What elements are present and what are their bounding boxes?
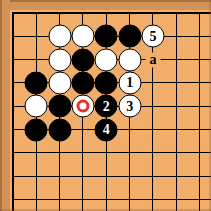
intersection-5-1 (95, 1, 118, 24)
intersection-5-9 (95, 188, 118, 211)
intersection-9-8 (188, 165, 211, 188)
intersection-8-1 (165, 1, 188, 24)
intersection-6-3 (118, 48, 141, 71)
intersection-7-6 (141, 118, 164, 141)
intersection-5-3 (95, 48, 118, 71)
white-stone (71, 95, 94, 118)
intersection-1-4 (1, 71, 24, 94)
intersection-2-8 (25, 165, 48, 188)
white-stone: 3 (118, 95, 141, 118)
intersection-6-1 (118, 1, 141, 24)
intersection-8-7 (165, 141, 188, 164)
intersection-4-3 (71, 48, 94, 71)
intersection-5-7 (95, 141, 118, 164)
white-stone (48, 71, 71, 94)
intersection-2-7 (25, 141, 48, 164)
intersection-1-1 (1, 1, 24, 24)
intersection-7-1 (141, 1, 164, 24)
board-cut-edge-bottom (0, 209, 211, 211)
black-stone: 4 (95, 118, 118, 141)
intersection-3-3 (48, 48, 71, 71)
intersection-3-5 (48, 95, 71, 118)
intersection-1-9 (1, 188, 24, 211)
intersection-2-5 (25, 95, 48, 118)
black-stone (95, 71, 118, 94)
white-stone (48, 25, 71, 48)
intersection-4-1 (71, 1, 94, 24)
intersection-3-7 (48, 141, 71, 164)
intersection-4-6 (71, 118, 94, 141)
intersection-4-9 (71, 188, 94, 211)
move-number: 2 (103, 99, 110, 113)
intersection-6-9 (118, 188, 141, 211)
intersection-9-9 (188, 188, 211, 211)
intersection-1-3 (1, 48, 24, 71)
intersection-8-8 (165, 165, 188, 188)
intersection-1-5 (1, 95, 24, 118)
intersection-4-4 (71, 71, 94, 94)
intersection-2-9 (25, 188, 48, 211)
go-board: 5a1234 (0, 0, 211, 211)
intersection-2-2 (25, 25, 48, 48)
intersection-5-5: 2 (95, 95, 118, 118)
white-stone (25, 95, 48, 118)
intersection-4-5 (71, 95, 94, 118)
intersection-3-1 (48, 1, 71, 24)
white-stone (95, 48, 118, 71)
intersection-4-8 (71, 165, 94, 188)
intersection-7-3: a (141, 48, 164, 71)
intersection-3-9 (48, 188, 71, 211)
intersection-3-2 (48, 25, 71, 48)
intersection-9-2 (188, 25, 211, 48)
black-stone (48, 118, 71, 141)
move-number: 1 (126, 76, 133, 90)
intersection-7-2: 5 (141, 25, 164, 48)
intersection-7-4 (141, 71, 164, 94)
white-stone: 1 (118, 71, 141, 94)
black-stone (71, 48, 94, 71)
intersection-1-8 (1, 165, 24, 188)
intersection-5-4 (95, 71, 118, 94)
intersection-4-7 (71, 141, 94, 164)
point-label: a (145, 52, 160, 67)
black-stone (25, 71, 48, 94)
black-stone: 2 (95, 95, 118, 118)
intersection-2-4 (25, 71, 48, 94)
move-number: 5 (149, 29, 156, 43)
intersection-5-2 (95, 25, 118, 48)
intersection-6-2 (118, 25, 141, 48)
intersection-9-3 (188, 48, 211, 71)
intersection-3-6 (48, 118, 71, 141)
intersection-6-7 (118, 141, 141, 164)
move-number: 3 (126, 99, 133, 113)
intersection-8-6 (165, 118, 188, 141)
intersection-7-8 (141, 165, 164, 188)
intersection-8-3 (165, 48, 188, 71)
intersection-5-6: 4 (95, 118, 118, 141)
intersection-5-8 (95, 165, 118, 188)
intersection-grid: 5a1234 (1, 1, 211, 211)
white-stone (48, 48, 71, 71)
intersection-4-2 (71, 25, 94, 48)
white-stone (118, 48, 141, 71)
intersection-3-8 (48, 165, 71, 188)
intersection-2-6 (25, 118, 48, 141)
white-stone (71, 25, 94, 48)
intersection-6-4: 1 (118, 71, 141, 94)
intersection-1-2 (1, 25, 24, 48)
intersection-3-4 (48, 71, 71, 94)
white-stone: 5 (141, 25, 164, 48)
intersection-6-5: 3 (118, 95, 141, 118)
intersection-7-7 (141, 141, 164, 164)
intersection-6-8 (118, 165, 141, 188)
intersection-1-6 (1, 118, 24, 141)
circle-marker-icon (76, 100, 89, 113)
intersection-8-5 (165, 95, 188, 118)
intersection-9-6 (188, 118, 211, 141)
black-stone (118, 25, 141, 48)
intersection-7-9 (141, 188, 164, 211)
intersection-6-6 (118, 118, 141, 141)
intersection-2-3 (25, 48, 48, 71)
intersection-8-4 (165, 71, 188, 94)
intersection-1-7 (1, 141, 24, 164)
intersection-9-5 (188, 95, 211, 118)
intersection-7-5 (141, 95, 164, 118)
black-stone (71, 71, 94, 94)
black-stone (25, 118, 48, 141)
black-stone (95, 25, 118, 48)
move-number: 4 (103, 123, 110, 137)
intersection-2-1 (25, 1, 48, 24)
black-stone (48, 95, 71, 118)
board-cut-edge-right (209, 0, 211, 211)
intersection-9-4 (188, 71, 211, 94)
intersection-8-2 (165, 25, 188, 48)
intersection-9-7 (188, 141, 211, 164)
intersection-9-1 (188, 1, 211, 24)
intersection-8-9 (165, 188, 188, 211)
